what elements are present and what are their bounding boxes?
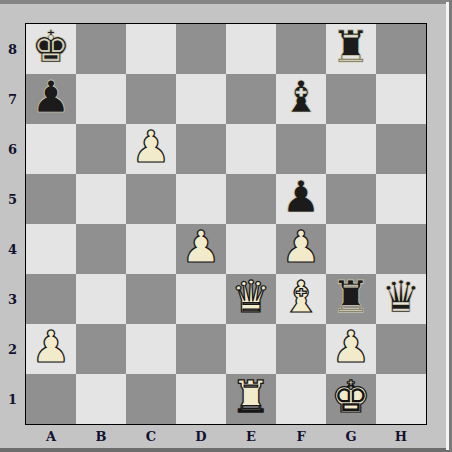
- frame-bevel-top: [0, 0, 452, 4]
- square-f5[interactable]: ♟: [276, 174, 326, 224]
- square-f7[interactable]: ♝: [276, 74, 326, 124]
- rank-label-5: 5: [0, 174, 25, 224]
- square-h4[interactable]: [376, 224, 426, 274]
- rank-label-4: 4: [0, 224, 25, 274]
- square-b8[interactable]: [76, 24, 126, 74]
- square-c5[interactable]: [126, 174, 176, 224]
- square-e5[interactable]: [226, 174, 276, 224]
- square-h7[interactable]: [376, 74, 426, 124]
- file-label-g: G: [326, 426, 376, 447]
- square-a7[interactable]: ♟: [26, 74, 76, 124]
- frame-bevel-bottom: [0, 448, 452, 452]
- piece-white-pawn[interactable]: ♟: [326, 322, 376, 372]
- square-d2[interactable]: [176, 324, 226, 374]
- square-c7[interactable]: [126, 74, 176, 124]
- square-f2[interactable]: [276, 324, 326, 374]
- square-f8[interactable]: [276, 24, 326, 74]
- square-f6[interactable]: [276, 124, 326, 174]
- rank-label-7: 7: [0, 74, 25, 124]
- square-b6[interactable]: [76, 124, 126, 174]
- square-h3[interactable]: ♛: [376, 274, 426, 324]
- square-e1[interactable]: ♜: [226, 374, 276, 424]
- file-label-b: B: [76, 426, 126, 447]
- square-d6[interactable]: [176, 124, 226, 174]
- square-e6[interactable]: [226, 124, 276, 174]
- square-g7[interactable]: [326, 74, 376, 124]
- square-h2[interactable]: [376, 324, 426, 374]
- square-c4[interactable]: [126, 224, 176, 274]
- square-e7[interactable]: [226, 74, 276, 124]
- file-label-f: F: [276, 426, 326, 447]
- square-f1[interactable]: [276, 374, 326, 424]
- square-h8[interactable]: [376, 24, 426, 74]
- square-a4[interactable]: [26, 224, 76, 274]
- square-d8[interactable]: [176, 24, 226, 74]
- square-g2[interactable]: ♟: [326, 324, 376, 374]
- piece-black-pawn[interactable]: ♟: [276, 172, 326, 222]
- square-d3[interactable]: [176, 274, 226, 324]
- square-c8[interactable]: [126, 24, 176, 74]
- square-b2[interactable]: [76, 324, 126, 374]
- square-a6[interactable]: [26, 124, 76, 174]
- piece-black-king[interactable]: ♚: [26, 22, 76, 72]
- square-d5[interactable]: [176, 174, 226, 224]
- square-e3[interactable]: ♛: [226, 274, 276, 324]
- file-label-d: D: [176, 426, 226, 447]
- square-c3[interactable]: [126, 274, 176, 324]
- square-h6[interactable]: [376, 124, 426, 174]
- square-c2[interactable]: [126, 324, 176, 374]
- piece-white-pawn[interactable]: ♟: [126, 122, 176, 172]
- chess-board-frame: 87654321 ♚♜♟♝♟♟♟♟♛♝♜♛♟♟♜♚ ABCDEFGH: [0, 0, 452, 452]
- square-a3[interactable]: [26, 274, 76, 324]
- square-g6[interactable]: [326, 124, 376, 174]
- file-label-c: C: [126, 426, 176, 447]
- piece-black-rook[interactable]: ♜: [326, 22, 376, 72]
- square-g8[interactable]: ♜: [326, 24, 376, 74]
- square-a2[interactable]: ♟: [26, 324, 76, 374]
- square-c6[interactable]: ♟: [126, 124, 176, 174]
- file-label-h: H: [376, 426, 426, 447]
- square-g4[interactable]: [326, 224, 376, 274]
- square-d1[interactable]: [176, 374, 226, 424]
- square-a5[interactable]: [26, 174, 76, 224]
- square-a1[interactable]: [26, 374, 76, 424]
- rank-labels: 87654321: [0, 24, 25, 424]
- square-b3[interactable]: [76, 274, 126, 324]
- piece-black-pawn[interactable]: ♟: [26, 72, 76, 122]
- rank-label-6: 6: [0, 124, 25, 174]
- square-a8[interactable]: ♚: [26, 24, 76, 74]
- square-d4[interactable]: ♟: [176, 224, 226, 274]
- piece-black-bishop[interactable]: ♝: [276, 72, 326, 122]
- chess-board: ♚♜♟♝♟♟♟♟♛♝♜♛♟♟♜♚: [25, 23, 427, 425]
- square-b5[interactable]: [76, 174, 126, 224]
- piece-white-pawn[interactable]: ♟: [276, 222, 326, 272]
- square-b4[interactable]: [76, 224, 126, 274]
- piece-white-pawn[interactable]: ♟: [176, 222, 226, 272]
- square-h5[interactable]: [376, 174, 426, 224]
- square-g1[interactable]: ♚: [326, 374, 376, 424]
- rank-label-2: 2: [0, 324, 25, 374]
- square-c1[interactable]: [126, 374, 176, 424]
- square-f3[interactable]: ♝: [276, 274, 326, 324]
- piece-black-queen[interactable]: ♛: [376, 272, 426, 322]
- square-e4[interactable]: [226, 224, 276, 274]
- square-g3[interactable]: ♜: [326, 274, 376, 324]
- rank-label-3: 3: [0, 274, 25, 324]
- piece-black-rook[interactable]: ♜: [326, 272, 376, 322]
- file-label-a: A: [26, 426, 76, 447]
- rank-label-8: 8: [0, 24, 25, 74]
- square-e2[interactable]: [226, 324, 276, 374]
- rank-label-1: 1: [0, 374, 25, 424]
- square-b1[interactable]: [76, 374, 126, 424]
- square-h1[interactable]: [376, 374, 426, 424]
- piece-white-pawn[interactable]: ♟: [26, 322, 76, 372]
- square-f4[interactable]: ♟: [276, 224, 326, 274]
- square-b7[interactable]: [76, 74, 126, 124]
- square-g5[interactable]: [326, 174, 376, 224]
- piece-white-queen[interactable]: ♛: [226, 272, 276, 322]
- piece-white-bishop[interactable]: ♝: [276, 272, 326, 322]
- file-label-e: E: [226, 426, 276, 447]
- square-d7[interactable]: [176, 74, 226, 124]
- piece-white-king[interactable]: ♚: [326, 372, 376, 422]
- piece-white-rook[interactable]: ♜: [226, 372, 276, 422]
- square-e8[interactable]: [226, 24, 276, 74]
- file-labels: ABCDEFGH: [26, 426, 426, 447]
